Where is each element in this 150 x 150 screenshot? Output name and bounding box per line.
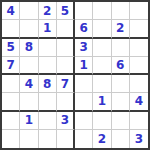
cell-r5c2[interactable]: 4 [20, 75, 38, 93]
cell-r5c3[interactable]: 8 [39, 75, 57, 93]
cell-r3c5[interactable]: 3 [75, 39, 93, 57]
cell-r2c7[interactable]: 2 [112, 20, 130, 38]
cell-r3c3[interactable] [39, 39, 57, 57]
cell-r7c2[interactable]: 1 [20, 112, 38, 130]
cell-r2c3[interactable]: 1 [39, 20, 57, 38]
cell-r6c7[interactable] [112, 93, 130, 111]
cell-r4c8[interactable] [130, 57, 148, 75]
cell-r7c1[interactable] [2, 112, 20, 130]
cell-r6c2[interactable] [20, 93, 38, 111]
cell-r5c6[interactable] [93, 75, 111, 93]
cell-r4c7[interactable]: 6 [112, 57, 130, 75]
cell-r3c4[interactable] [57, 39, 75, 57]
cell-r8c3[interactable] [39, 130, 57, 148]
cell-r1c1[interactable]: 4 [2, 2, 20, 20]
cell-r5c8[interactable] [130, 75, 148, 93]
cell-r2c2[interactable] [20, 20, 38, 38]
cell-r4c2[interactable] [20, 57, 38, 75]
cell-r2c8[interactable] [130, 20, 148, 38]
cell-r1c5[interactable] [75, 2, 93, 20]
cell-r7c4[interactable]: 3 [57, 112, 75, 130]
cell-r4c4[interactable] [57, 57, 75, 75]
cell-r3c6[interactable] [93, 39, 111, 57]
cell-r7c7[interactable] [112, 112, 130, 130]
cell-r6c3[interactable] [39, 93, 57, 111]
cell-r6c1[interactable] [2, 93, 20, 111]
cell-r1c6[interactable] [93, 2, 111, 20]
cell-r2c5[interactable]: 6 [75, 20, 93, 38]
cell-r8c1[interactable] [2, 130, 20, 148]
cell-r4c3[interactable] [39, 57, 57, 75]
cell-r6c4[interactable] [57, 93, 75, 111]
cell-r5c1[interactable] [2, 75, 20, 93]
cell-r6c5[interactable] [75, 93, 93, 111]
cell-r6c8[interactable]: 4 [130, 93, 148, 111]
cell-r8c5[interactable] [75, 130, 93, 148]
cell-r7c8[interactable] [130, 112, 148, 130]
cell-r4c6[interactable] [93, 57, 111, 75]
cell-r2c6[interactable] [93, 20, 111, 38]
cell-r1c2[interactable] [20, 2, 38, 20]
cell-r1c7[interactable] [112, 2, 130, 20]
cell-r1c4[interactable]: 5 [57, 2, 75, 20]
cell-r7c5[interactable] [75, 112, 93, 130]
cell-r6c6[interactable]: 1 [93, 93, 111, 111]
cell-r4c1[interactable]: 7 [2, 57, 20, 75]
cell-r5c7[interactable] [112, 75, 130, 93]
cell-r8c6[interactable]: 2 [93, 130, 111, 148]
cell-r3c8[interactable] [130, 39, 148, 57]
cell-r3c1[interactable]: 5 [2, 39, 20, 57]
cell-r3c2[interactable]: 8 [20, 39, 38, 57]
cell-r8c2[interactable] [20, 130, 38, 148]
cell-r8c7[interactable] [112, 130, 130, 148]
cell-r3c7[interactable] [112, 39, 130, 57]
cell-r8c8[interactable]: 3 [130, 130, 148, 148]
cell-r7c6[interactable] [93, 112, 111, 130]
cell-r7c3[interactable] [39, 112, 57, 130]
sudoku-board: 425162583716487141323 [0, 0, 150, 150]
cell-r8c4[interactable] [57, 130, 75, 148]
cell-r5c5[interactable] [75, 75, 93, 93]
cell-r5c4[interactable]: 7 [57, 75, 75, 93]
cell-r2c4[interactable] [57, 20, 75, 38]
cell-r2c1[interactable] [2, 20, 20, 38]
cell-r1c8[interactable] [130, 2, 148, 20]
cell-r4c5[interactable]: 1 [75, 57, 93, 75]
cell-r1c3[interactable]: 2 [39, 2, 57, 20]
